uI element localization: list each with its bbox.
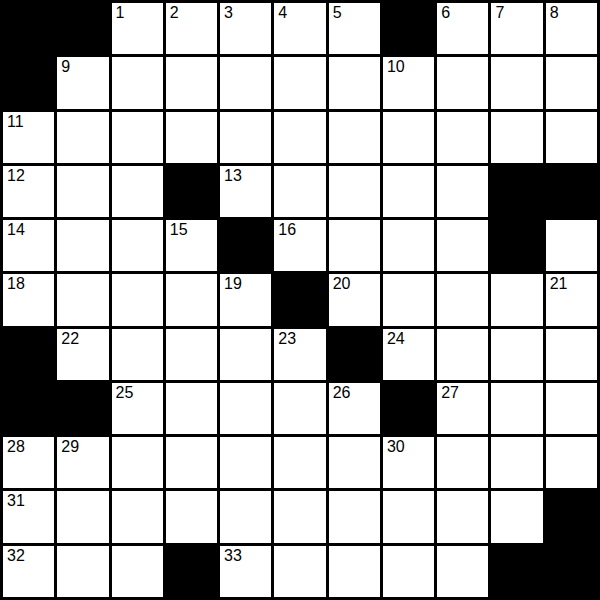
white-cell-r5c9[interactable]	[491, 274, 542, 325]
white-cell-r10c0[interactable]: 32	[3, 546, 54, 597]
white-cell-r8c5[interactable]	[274, 437, 325, 488]
white-cell-r2c1[interactable]	[57, 112, 108, 163]
clue-number-13: 13	[224, 167, 242, 185]
white-cell-r9c6[interactable]	[329, 491, 380, 542]
clue-number-16: 16	[278, 221, 296, 239]
clue-number-24: 24	[387, 330, 405, 348]
white-cell-r6c3[interactable]	[166, 329, 217, 380]
white-cell-r2c2[interactable]	[112, 112, 163, 163]
white-cell-r2c9[interactable]	[491, 112, 542, 163]
white-cell-r0c9[interactable]: 7	[491, 3, 542, 54]
white-cell-r3c4[interactable]: 13	[220, 166, 271, 217]
white-cell-r1c10[interactable]	[546, 57, 597, 108]
white-cell-r5c7[interactable]	[383, 274, 434, 325]
white-cell-r2c0[interactable]: 11	[3, 112, 54, 163]
white-cell-r1c9[interactable]	[491, 57, 542, 108]
white-cell-r4c1[interactable]	[57, 220, 108, 271]
white-cell-r10c1[interactable]	[57, 546, 108, 597]
clue-number-26: 26	[333, 384, 351, 402]
white-cell-r6c2[interactable]	[112, 329, 163, 380]
black-cell-r4c4	[220, 220, 271, 271]
white-cell-r10c6[interactable]	[329, 546, 380, 597]
white-cell-r8c2[interactable]	[112, 437, 163, 488]
black-cell-r6c6	[329, 329, 380, 380]
white-cell-r0c10[interactable]: 8	[546, 3, 597, 54]
white-cell-r4c6[interactable]	[329, 220, 380, 271]
white-cell-r8c6[interactable]	[329, 437, 380, 488]
clue-number-12: 12	[7, 167, 25, 185]
white-cell-r7c6[interactable]: 26	[329, 383, 380, 434]
white-cell-r9c0[interactable]: 31	[3, 491, 54, 542]
white-cell-r3c2[interactable]	[112, 166, 163, 217]
clue-number-29: 29	[61, 438, 79, 456]
white-cell-r5c6[interactable]: 20	[329, 274, 380, 325]
black-cell-r0c7	[383, 3, 434, 54]
clue-number-5: 5	[333, 4, 342, 22]
black-cell-r9c10	[546, 491, 597, 542]
clue-number-17: 17	[495, 221, 513, 239]
white-cell-r3c5[interactable]	[274, 166, 325, 217]
clue-number-23: 23	[278, 330, 296, 348]
white-cell-r9c4[interactable]	[220, 491, 271, 542]
white-cell-r10c8[interactable]	[437, 546, 488, 597]
white-cell-r8c0[interactable]: 28	[3, 437, 54, 488]
white-cell-r9c3[interactable]	[166, 491, 217, 542]
white-cell-r4c8[interactable]	[437, 220, 488, 271]
clue-number-33: 33	[224, 547, 242, 565]
white-cell-r0c6[interactable]: 5	[329, 3, 380, 54]
white-cell-r6c4[interactable]	[220, 329, 271, 380]
white-cell-r9c8[interactable]	[437, 491, 488, 542]
white-cell-r2c7[interactable]	[383, 112, 434, 163]
white-cell-r7c5[interactable]	[274, 383, 325, 434]
white-cell-r4c3[interactable]: 15	[166, 220, 217, 271]
white-cell-r8c8[interactable]	[437, 437, 488, 488]
white-cell-r9c7[interactable]	[383, 491, 434, 542]
white-cell-r1c4[interactable]	[220, 57, 271, 108]
white-cell-r8c7[interactable]: 30	[383, 437, 434, 488]
white-cell-r9c1[interactable]	[57, 491, 108, 542]
clue-number-20: 20	[333, 275, 351, 293]
white-cell-r4c2[interactable]	[112, 220, 163, 271]
white-cell-r10c5[interactable]	[274, 546, 325, 597]
white-cell-r6c8[interactable]	[437, 329, 488, 380]
white-cell-r6c9[interactable]	[491, 329, 542, 380]
white-cell-r3c8[interactable]	[437, 166, 488, 217]
white-cell-r0c2[interactable]: 1	[112, 3, 163, 54]
black-cell-r6c0	[3, 329, 54, 380]
white-cell-r1c5[interactable]	[274, 57, 325, 108]
clue-number-10: 10	[387, 58, 405, 76]
white-cell-r1c3[interactable]	[166, 57, 217, 108]
black-cell-r3c3	[166, 166, 217, 217]
white-cell-r5c10[interactable]: 21	[546, 274, 597, 325]
white-cell-r7c9[interactable]	[491, 383, 542, 434]
white-cell-r10c7[interactable]	[383, 546, 434, 597]
clue-number-28: 28	[7, 438, 25, 456]
clue-number-3: 3	[224, 4, 233, 22]
clue-number-9: 9	[61, 58, 70, 76]
black-cell-r4c9: 17	[491, 220, 542, 271]
white-cell-r3c6[interactable]	[329, 166, 380, 217]
white-cell-r2c8[interactable]	[437, 112, 488, 163]
clue-number-7: 7	[495, 4, 504, 22]
white-cell-r2c4[interactable]	[220, 112, 271, 163]
white-cell-r5c8[interactable]	[437, 274, 488, 325]
black-cell-r5c5	[274, 274, 325, 325]
white-cell-r0c8[interactable]: 6	[437, 3, 488, 54]
white-cell-r4c10[interactable]	[546, 220, 597, 271]
black-cell-r0c1	[57, 3, 108, 54]
clue-number-21: 21	[550, 275, 568, 293]
white-cell-r3c1[interactable]	[57, 166, 108, 217]
clue-number-30: 30	[387, 438, 405, 456]
clue-number-15: 15	[170, 221, 188, 239]
clue-number-32: 32	[7, 547, 25, 565]
white-cell-r2c5[interactable]	[274, 112, 325, 163]
white-cell-r1c1[interactable]: 9	[57, 57, 108, 108]
clue-number-14: 14	[7, 221, 25, 239]
clue-number-27: 27	[441, 384, 459, 402]
white-cell-r8c10[interactable]	[546, 437, 597, 488]
clue-number-2: 2	[170, 4, 179, 22]
clue-number-8: 8	[550, 4, 559, 22]
white-cell-r2c10[interactable]	[546, 112, 597, 163]
white-cell-r3c7[interactable]	[383, 166, 434, 217]
white-cell-r0c5[interactable]: 4	[274, 3, 325, 54]
black-cell-r10c10	[546, 546, 597, 597]
white-cell-r4c7[interactable]	[383, 220, 434, 271]
black-cell-r3c9	[491, 166, 542, 217]
white-cell-r7c3[interactable]	[166, 383, 217, 434]
white-cell-r2c3[interactable]	[166, 112, 217, 163]
clue-number-1: 1	[116, 4, 125, 22]
white-cell-r4c5[interactable]: 16	[274, 220, 325, 271]
white-cell-r7c4[interactable]	[220, 383, 271, 434]
white-cell-r8c1[interactable]: 29	[57, 437, 108, 488]
white-cell-r1c8[interactable]	[437, 57, 488, 108]
black-cell-r3c10	[546, 166, 597, 217]
white-cell-r10c2[interactable]	[112, 546, 163, 597]
white-cell-r7c8[interactable]: 27	[437, 383, 488, 434]
black-cell-r0c0	[3, 3, 54, 54]
white-cell-r4c0[interactable]: 14	[3, 220, 54, 271]
clue-number-19: 19	[224, 275, 242, 293]
white-cell-r7c2[interactable]: 25	[112, 383, 163, 434]
white-cell-r2c6[interactable]	[329, 112, 380, 163]
black-cell-r1c0	[3, 57, 54, 108]
white-cell-r0c3[interactable]: 2	[166, 3, 217, 54]
clue-number-11: 11	[7, 113, 24, 131]
black-cell-r10c3	[166, 546, 217, 597]
white-cell-r8c3[interactable]	[166, 437, 217, 488]
white-cell-r1c2[interactable]	[112, 57, 163, 108]
white-cell-r1c7[interactable]: 10	[383, 57, 434, 108]
white-cell-r9c5[interactable]	[274, 491, 325, 542]
white-cell-r6c10[interactable]	[546, 329, 597, 380]
white-cell-r7c10[interactable]	[546, 383, 597, 434]
white-cell-r8c4[interactable]	[220, 437, 271, 488]
white-cell-r5c4[interactable]: 19	[220, 274, 271, 325]
white-cell-r8c9[interactable]	[491, 437, 542, 488]
clue-number-25: 25	[116, 384, 134, 402]
white-cell-r5c2[interactable]	[112, 274, 163, 325]
white-cell-r6c1[interactable]: 22	[57, 329, 108, 380]
white-cell-r9c9[interactable]	[491, 491, 542, 542]
white-cell-r5c3[interactable]	[166, 274, 217, 325]
clue-number-31: 31	[7, 492, 25, 510]
clue-number-18: 18	[7, 275, 25, 293]
white-cell-r9c2[interactable]	[112, 491, 163, 542]
white-cell-r5c1[interactable]	[57, 274, 108, 325]
white-cell-r10c4[interactable]: 33	[220, 546, 271, 597]
white-cell-r1c6[interactable]	[329, 57, 380, 108]
black-cell-r7c1	[57, 383, 108, 434]
clue-number-6: 6	[441, 4, 450, 22]
black-cell-r10c9	[491, 546, 542, 597]
white-cell-r6c5[interactable]: 23	[274, 329, 325, 380]
white-cell-r3c0[interactable]: 12	[3, 166, 54, 217]
white-cell-r5c0[interactable]: 18	[3, 274, 54, 325]
white-cell-r0c4[interactable]: 3	[220, 3, 271, 54]
black-cell-r7c0	[3, 383, 54, 434]
clue-number-4: 4	[278, 4, 287, 22]
black-cell-r7c7	[383, 383, 434, 434]
clue-number-22: 22	[61, 330, 79, 348]
crossword-board: 1234567891011121314151617181920212223242…	[0, 0, 600, 600]
white-cell-r6c7[interactable]: 24	[383, 329, 434, 380]
